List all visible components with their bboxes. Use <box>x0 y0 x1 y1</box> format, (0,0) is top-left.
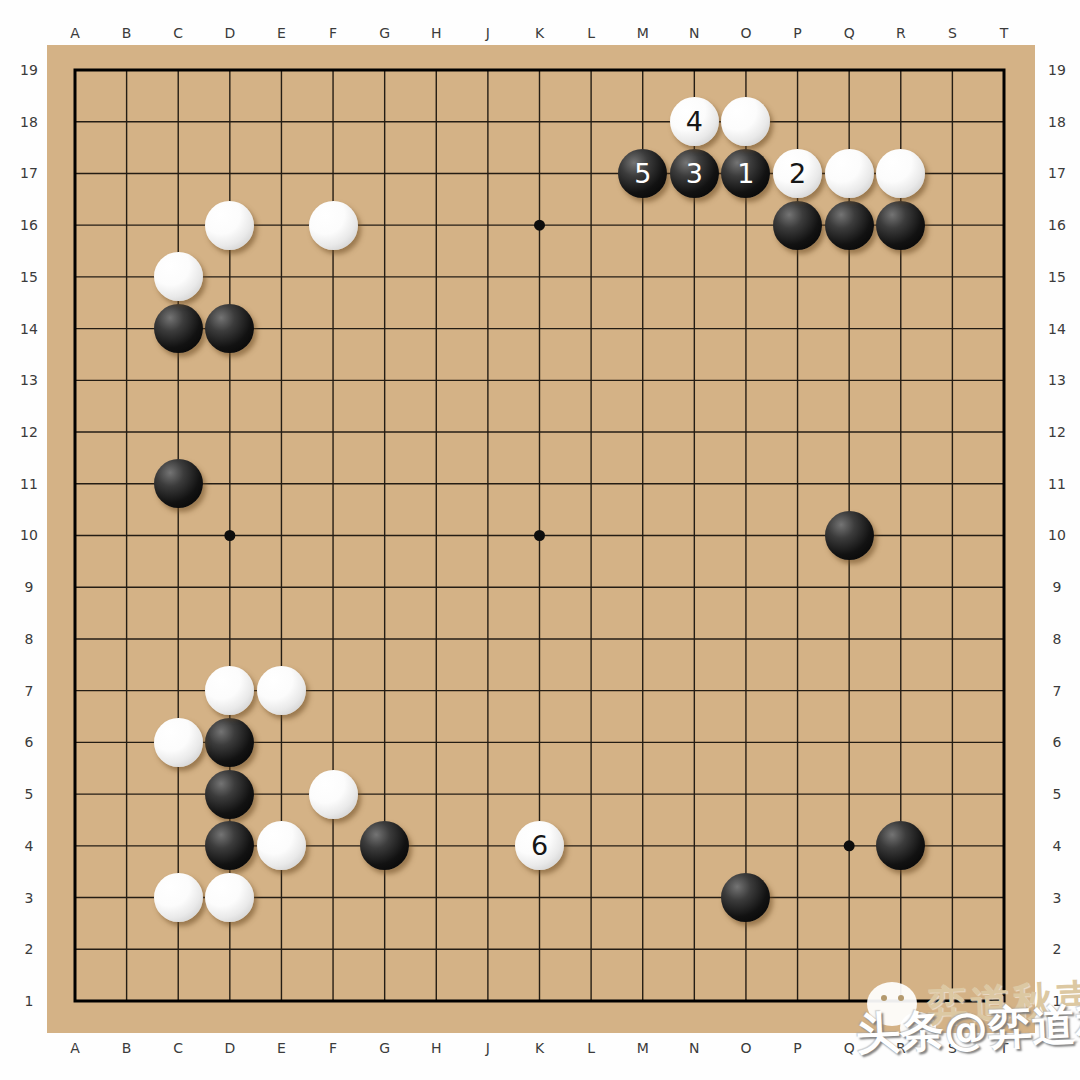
coord-label-top-Q: Q <box>837 25 861 41</box>
coord-label-bottom-S: S <box>940 1040 964 1056</box>
coord-label-top-O: O <box>734 25 758 41</box>
coord-label-right-17: 17 <box>1041 165 1073 181</box>
stone-white-C3[interactable] <box>154 873 203 922</box>
coord-label-top-K: K <box>527 25 551 41</box>
coord-label-left-18: 18 <box>13 114 45 130</box>
coord-label-left-9: 9 <box>13 579 45 595</box>
stone-black-N17[interactable]: 3 <box>670 149 719 198</box>
stone-black-Q10[interactable] <box>825 511 874 560</box>
stone-white-F5[interactable] <box>309 770 358 819</box>
coord-label-top-D: D <box>218 25 242 41</box>
coord-label-right-5: 5 <box>1041 786 1073 802</box>
stone-white-K4[interactable]: 6 <box>515 821 564 870</box>
coord-label-left-15: 15 <box>13 269 45 285</box>
coord-label-left-1: 1 <box>13 993 45 1009</box>
coord-label-top-R: R <box>889 25 913 41</box>
stone-white-P17[interactable]: 2 <box>773 149 822 198</box>
stone-black-C14[interactable] <box>154 304 203 353</box>
move-number-3: 3 <box>686 160 703 187</box>
stone-black-P16[interactable] <box>773 201 822 250</box>
star-point-K16 <box>534 220 545 231</box>
coord-label-right-18: 18 <box>1041 114 1073 130</box>
move-number-6: 6 <box>531 832 548 859</box>
coord-label-bottom-J: J <box>476 1040 500 1056</box>
coord-label-top-L: L <box>579 25 603 41</box>
stone-black-D6[interactable] <box>205 718 254 767</box>
stone-black-R16[interactable] <box>876 201 925 250</box>
coord-label-right-8: 8 <box>1041 631 1073 647</box>
coord-label-top-G: G <box>373 25 397 41</box>
coord-label-right-19: 19 <box>1041 62 1073 78</box>
coord-label-top-S: S <box>940 25 964 41</box>
coord-label-bottom-M: M <box>631 1040 655 1056</box>
move-number-4: 4 <box>686 108 703 135</box>
coord-label-right-12: 12 <box>1041 424 1073 440</box>
coord-label-bottom-G: G <box>373 1040 397 1056</box>
coord-label-bottom-K: K <box>527 1040 551 1056</box>
stone-white-E4[interactable] <box>257 821 306 870</box>
coord-label-bottom-N: N <box>682 1040 706 1056</box>
coord-label-top-N: N <box>682 25 706 41</box>
move-number-1: 1 <box>737 160 754 187</box>
coord-label-top-J: J <box>476 25 500 41</box>
stone-black-M17[interactable]: 5 <box>618 149 667 198</box>
coord-label-left-11: 11 <box>13 476 45 492</box>
stone-white-C6[interactable] <box>154 718 203 767</box>
coord-label-left-16: 16 <box>13 217 45 233</box>
coord-label-left-10: 10 <box>13 527 45 543</box>
coord-label-right-14: 14 <box>1041 321 1073 337</box>
coord-label-left-19: 19 <box>13 62 45 78</box>
coord-label-top-E: E <box>269 25 293 41</box>
coord-label-bottom-O: O <box>734 1040 758 1056</box>
star-point-K10 <box>534 530 545 541</box>
coord-label-top-C: C <box>166 25 190 41</box>
go-board[interactable]: 531426 <box>47 45 1035 1033</box>
coord-label-top-T: T <box>992 25 1016 41</box>
coord-label-right-1: 1 <box>1041 993 1073 1009</box>
stone-white-N18[interactable]: 4 <box>670 97 719 146</box>
coord-label-right-16: 16 <box>1041 217 1073 233</box>
coord-label-bottom-E: E <box>269 1040 293 1056</box>
stone-white-F16[interactable] <box>309 201 358 250</box>
coord-label-right-13: 13 <box>1041 372 1073 388</box>
coord-label-top-F: F <box>321 25 345 41</box>
coord-label-left-17: 17 <box>13 165 45 181</box>
coord-label-left-6: 6 <box>13 734 45 750</box>
coord-label-right-4: 4 <box>1041 838 1073 854</box>
coord-label-left-14: 14 <box>13 321 45 337</box>
coord-label-top-M: M <box>631 25 655 41</box>
coord-label-bottom-Q: Q <box>837 1040 861 1056</box>
stone-black-C11[interactable] <box>154 459 203 508</box>
coord-label-left-12: 12 <box>13 424 45 440</box>
coord-label-left-8: 8 <box>13 631 45 647</box>
coord-label-bottom-T: T <box>992 1040 1016 1056</box>
coord-label-right-9: 9 <box>1041 579 1073 595</box>
stone-black-D5[interactable] <box>205 770 254 819</box>
coord-label-bottom-D: D <box>218 1040 242 1056</box>
coord-label-right-15: 15 <box>1041 269 1073 285</box>
coord-label-left-7: 7 <box>13 683 45 699</box>
coord-label-bottom-B: B <box>115 1040 139 1056</box>
coord-label-top-B: B <box>115 25 139 41</box>
coord-label-right-10: 10 <box>1041 527 1073 543</box>
coord-label-left-5: 5 <box>13 786 45 802</box>
coord-label-top-H: H <box>424 25 448 41</box>
coord-label-left-13: 13 <box>13 372 45 388</box>
stone-white-D16[interactable] <box>205 201 254 250</box>
coord-label-right-11: 11 <box>1041 476 1073 492</box>
stone-white-R17[interactable] <box>876 149 925 198</box>
coord-label-left-2: 2 <box>13 941 45 957</box>
stone-white-E7[interactable] <box>257 666 306 715</box>
star-point-D10 <box>224 530 235 541</box>
coord-label-bottom-L: L <box>579 1040 603 1056</box>
coord-label-top-A: A <box>63 25 87 41</box>
coord-label-bottom-C: C <box>166 1040 190 1056</box>
coord-label-bottom-H: H <box>424 1040 448 1056</box>
coord-label-bottom-A: A <box>63 1040 87 1056</box>
coord-label-right-2: 2 <box>1041 941 1073 957</box>
coord-label-right-3: 3 <box>1041 890 1073 906</box>
move-number-2: 2 <box>789 160 806 187</box>
stone-white-C15[interactable] <box>154 252 203 301</box>
coord-label-top-P: P <box>786 25 810 41</box>
star-point-Q4 <box>844 840 855 851</box>
coord-label-right-7: 7 <box>1041 683 1073 699</box>
stone-white-Q17[interactable] <box>825 149 874 198</box>
coord-label-left-4: 4 <box>13 838 45 854</box>
coord-label-bottom-R: R <box>889 1040 913 1056</box>
coord-label-left-3: 3 <box>13 890 45 906</box>
stone-black-Q16[interactable] <box>825 201 874 250</box>
coord-label-right-6: 6 <box>1041 734 1073 750</box>
coord-label-bottom-P: P <box>786 1040 810 1056</box>
page: 531426 AABBCCDDEEFFGGHHJJKKLLMMNNOOPPQQR… <box>0 0 1080 1080</box>
move-number-5: 5 <box>634 160 651 187</box>
coord-label-bottom-F: F <box>321 1040 345 1056</box>
